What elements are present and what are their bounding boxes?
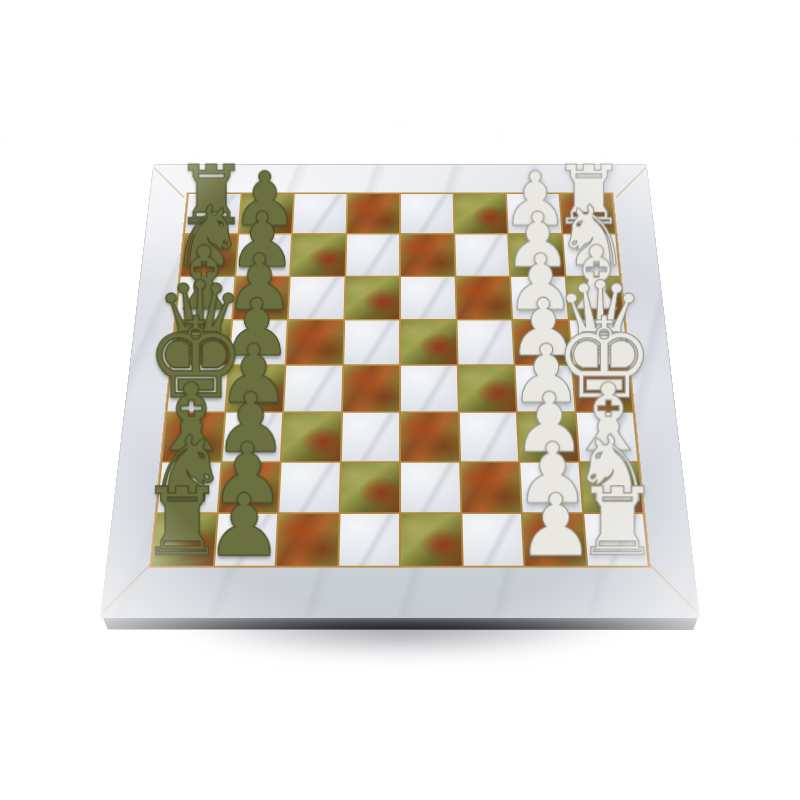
square-e4 — [401, 366, 458, 412]
square-b4 — [401, 235, 454, 276]
square-a3 — [454, 194, 507, 233]
square-h4 — [401, 514, 461, 566]
square-e5 — [343, 366, 400, 412]
square-h1: ♜ — [584, 514, 648, 566]
square-c3 — [456, 277, 511, 319]
square-f4 — [401, 413, 459, 461]
square-c5 — [345, 277, 399, 319]
board-grid: ♜♟♟♜♞♟♟♞♝♟♟♝♛♟♟♛♚♟♟♚♝♟♟♝♞♟♟♞♜♟♟♜ — [152, 194, 648, 566]
square-c4 — [401, 277, 455, 319]
white-rook-icon: ♜ — [576, 478, 660, 567]
square-d5 — [344, 320, 399, 364]
square-h8: ♜ — [152, 514, 216, 566]
frame-mitre-seam — [102, 560, 155, 613]
square-d4 — [401, 320, 456, 364]
square-b6 — [291, 235, 345, 276]
green-rook-icon: ♜ — [140, 478, 224, 567]
square-a6 — [293, 194, 346, 233]
frame-mitre-seam — [645, 560, 698, 613]
square-d6 — [286, 320, 343, 364]
square-c6 — [289, 277, 344, 319]
square-a4 — [401, 194, 453, 233]
chess-set-photo: ♜♟♟♜♞♟♟♞♝♟♟♝♛♟♟♛♚♟♟♚♝♟♟♝♞♟♟♞♜♟♟♜ — [0, 0, 800, 800]
chess-board: ♜♟♟♜♞♟♟♞♝♟♟♝♛♟♟♛♚♟♟♚♝♟♟♝♞♟♟♞♜♟♟♜ — [100, 164, 700, 618]
square-f6 — [282, 413, 341, 461]
square-h5 — [339, 514, 399, 566]
square-e6 — [284, 366, 342, 412]
square-g5 — [340, 462, 399, 512]
square-b5 — [346, 235, 399, 276]
square-g4 — [401, 462, 460, 512]
square-g3 — [461, 462, 521, 512]
square-h6 — [277, 514, 339, 566]
square-f3 — [459, 413, 518, 461]
square-h3 — [462, 514, 524, 566]
square-b3 — [455, 235, 509, 276]
square-a5 — [347, 194, 399, 233]
square-e3 — [458, 366, 516, 412]
square-g6 — [279, 462, 339, 512]
board-edge — [103, 617, 698, 630]
square-f5 — [341, 413, 399, 461]
square-d3 — [457, 320, 514, 364]
